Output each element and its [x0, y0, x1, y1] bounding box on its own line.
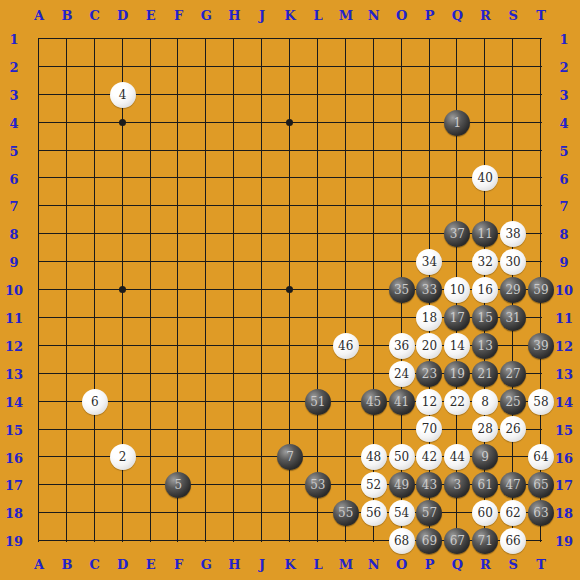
coord-label: J [259, 557, 265, 572]
coord-label: 6 [559, 171, 568, 186]
stone-white-54: 54 [389, 500, 415, 526]
stone-white-66: 66 [500, 528, 526, 554]
coord-label: A [34, 557, 44, 572]
stone-black-65: 65 [528, 472, 554, 498]
stone-black-45: 45 [361, 389, 387, 415]
coord-label: L [313, 8, 322, 23]
stone-black-29: 29 [500, 277, 526, 303]
coord-label: G [201, 557, 212, 572]
stone-white-62: 62 [500, 500, 526, 526]
stone-black-27: 27 [500, 361, 526, 387]
coord-label: 5 [9, 143, 18, 158]
stone-black-53: 53 [305, 472, 331, 498]
stone-black-15: 15 [472, 305, 498, 331]
coord-label: H [228, 557, 240, 572]
coord-label: 11 [555, 311, 573, 326]
stone-white-4: 4 [110, 82, 136, 108]
coord-label: 16 [5, 450, 23, 465]
coord-label: 11 [5, 311, 23, 326]
go-board-page: ABCDEFGHJKLMNOPQRST ABCDEFGHJKLMNOPQRST … [0, 0, 580, 580]
coord-label: 15 [555, 422, 573, 437]
stone-black-71: 71 [472, 528, 498, 554]
coord-label: 2 [9, 59, 18, 74]
coord-label: 1 [559, 32, 568, 47]
stone-white-50: 50 [389, 444, 415, 470]
stone-black-31: 31 [500, 305, 526, 331]
stone-black-51: 51 [305, 389, 331, 415]
stone-black-49: 49 [389, 472, 415, 498]
coord-label: Q [452, 8, 463, 23]
coord-label: 2 [559, 59, 568, 74]
coord-label: F [174, 557, 183, 572]
coord-label: 7 [559, 199, 568, 214]
stone-white-36: 36 [389, 333, 415, 359]
stone-black-39: 39 [528, 333, 554, 359]
stone-white-56: 56 [361, 500, 387, 526]
stone-white-46: 46 [333, 333, 359, 359]
coord-label: G [201, 8, 212, 23]
stone-black-63: 63 [528, 500, 554, 526]
coord-label: 17 [555, 478, 573, 493]
coord-label: 14 [555, 394, 573, 409]
coord-label: 6 [9, 171, 18, 186]
coord-label: 19 [5, 534, 23, 549]
coord-label: 7 [9, 199, 18, 214]
coord-label: 15 [5, 422, 23, 437]
coord-label: 14 [5, 394, 23, 409]
coord-label: 4 [9, 115, 18, 130]
coord-label: D [117, 557, 128, 572]
coord-label: Q [452, 557, 463, 572]
coord-label: 18 [555, 506, 573, 521]
stone-white-64: 64 [528, 444, 554, 470]
coord-label: 10 [5, 283, 23, 298]
coord-label: E [146, 557, 156, 572]
coord-label: 18 [5, 506, 23, 521]
coord-label: 13 [5, 366, 23, 381]
coord-label: F [174, 8, 183, 23]
coord-label: 12 [5, 338, 23, 353]
coord-label: 1 [9, 32, 18, 47]
coord-label: S [509, 557, 518, 572]
stone-black-17: 17 [444, 305, 470, 331]
coord-label: 3 [559, 87, 568, 102]
coord-label: N [368, 557, 380, 572]
coord-label: 8 [9, 227, 18, 242]
coord-label: T [536, 557, 546, 572]
coord-label: P [425, 557, 435, 572]
stone-white-8: 8 [472, 389, 498, 415]
coord-label: S [509, 8, 518, 23]
coord-label: K [284, 8, 295, 23]
coord-label: K [284, 557, 295, 572]
stone-black-59: 59 [528, 277, 554, 303]
stone-black-67: 67 [444, 528, 470, 554]
stone-white-48: 48 [361, 444, 387, 470]
coord-label: O [396, 557, 407, 572]
stone-black-19: 19 [444, 361, 470, 387]
coord-label: L [313, 557, 322, 572]
coord-label: T [536, 8, 546, 23]
coord-label: O [396, 8, 407, 23]
stone-black-1: 1 [444, 110, 470, 136]
coord-label: P [425, 8, 435, 23]
stone-black-35: 35 [389, 277, 415, 303]
coord-label: J [259, 8, 265, 23]
stone-white-30: 30 [500, 249, 526, 275]
coord-label: B [61, 8, 72, 23]
coord-label: 9 [559, 255, 568, 270]
coord-label: D [117, 8, 128, 23]
stone-white-12: 12 [416, 389, 442, 415]
stone-white-2: 2 [110, 444, 136, 470]
stone-white-24: 24 [389, 361, 415, 387]
stone-white-22: 22 [444, 389, 470, 415]
stone-white-16: 16 [472, 277, 498, 303]
stone-black-69: 69 [416, 528, 442, 554]
coord-label: C [90, 8, 100, 23]
stone-black-23: 23 [416, 361, 442, 387]
coord-label: 17 [5, 478, 23, 493]
stone-black-25: 25 [500, 389, 526, 415]
coord-label: E [146, 8, 156, 23]
stone-black-13: 13 [472, 333, 498, 359]
stone-white-6: 6 [82, 389, 108, 415]
stone-black-41: 41 [389, 389, 415, 415]
coord-label: M [339, 557, 353, 572]
coord-label: 16 [555, 450, 573, 465]
coord-label: A [34, 8, 44, 23]
stone-white-68: 68 [389, 528, 415, 554]
coord-label: 4 [559, 115, 568, 130]
stone-black-21: 21 [472, 361, 498, 387]
coord-label: 5 [559, 143, 568, 158]
coord-label: N [368, 8, 380, 23]
coord-label: 3 [9, 87, 18, 102]
coord-label: M [339, 8, 353, 23]
go-board[interactable]: 1234567891011121314151617181920212223242… [25, 25, 555, 555]
stone-white-58: 58 [528, 389, 554, 415]
coord-label: 10 [555, 283, 573, 298]
stone-white-14: 14 [444, 333, 470, 359]
coord-label: R [480, 8, 491, 23]
stone-black-55: 55 [333, 500, 359, 526]
coord-label: 19 [555, 534, 573, 549]
coord-label: H [228, 8, 240, 23]
coord-label: R [480, 557, 491, 572]
coord-label: 13 [555, 366, 573, 381]
coord-label: 9 [9, 255, 18, 270]
coord-label: B [61, 557, 72, 572]
coord-label: 8 [559, 227, 568, 242]
stone-white-52: 52 [361, 472, 387, 498]
stone-white-20: 20 [416, 333, 442, 359]
coord-label: 12 [555, 338, 573, 353]
coord-label: C [90, 557, 100, 572]
